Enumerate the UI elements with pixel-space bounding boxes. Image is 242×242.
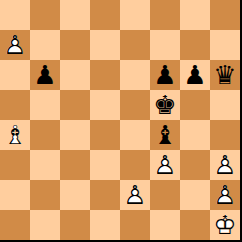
square-b7[interactable] bbox=[30, 30, 60, 60]
square-d6[interactable] bbox=[90, 60, 120, 90]
square-b4[interactable] bbox=[30, 120, 60, 150]
square-f3[interactable]: ♟♙ bbox=[150, 150, 180, 180]
white-pawn-outline-layer: ♙ bbox=[120, 180, 150, 210]
chess-board: ♟♙♟♟♟♛♚♝♗♝♟♙♟♙♟♙♟♙♚♔ bbox=[0, 0, 242, 242]
white-pawn-fill-layer: ♟ bbox=[210, 150, 240, 180]
white-king-outline-layer: ♔ bbox=[210, 210, 240, 240]
square-e4[interactable] bbox=[120, 120, 150, 150]
square-b8[interactable] bbox=[30, 0, 60, 30]
square-g6[interactable]: ♟ bbox=[180, 60, 210, 90]
black-bishop-fill-layer: ♝ bbox=[150, 120, 180, 150]
square-e2[interactable]: ♟♙ bbox=[120, 180, 150, 210]
white-bishop-fill-layer: ♝ bbox=[0, 120, 30, 150]
square-e5[interactable] bbox=[120, 90, 150, 120]
square-c3[interactable] bbox=[60, 150, 90, 180]
square-h4[interactable] bbox=[210, 120, 240, 150]
square-d8[interactable] bbox=[90, 0, 120, 30]
square-h5[interactable] bbox=[210, 90, 240, 120]
square-e1[interactable] bbox=[120, 210, 150, 240]
square-g8[interactable] bbox=[180, 0, 210, 30]
square-g5[interactable] bbox=[180, 90, 210, 120]
square-d3[interactable] bbox=[90, 150, 120, 180]
square-g2[interactable] bbox=[180, 180, 210, 210]
white-pawn-h3: ♟♙ bbox=[210, 150, 240, 180]
square-e6[interactable] bbox=[120, 60, 150, 90]
white-pawn-fill-layer: ♟ bbox=[210, 180, 240, 210]
white-pawn-a7: ♟♙ bbox=[0, 30, 30, 60]
black-pawn-fill-layer: ♟ bbox=[30, 60, 60, 90]
square-g4[interactable] bbox=[180, 120, 210, 150]
square-a2[interactable] bbox=[0, 180, 30, 210]
square-h3[interactable]: ♟♙ bbox=[210, 150, 240, 180]
square-b2[interactable] bbox=[30, 180, 60, 210]
black-pawn-fill-layer: ♟ bbox=[180, 60, 210, 90]
square-f1[interactable] bbox=[150, 210, 180, 240]
square-c2[interactable] bbox=[60, 180, 90, 210]
black-king-fill-layer: ♚ bbox=[150, 90, 180, 120]
chess-board-container: ♟♙♟♟♟♛♚♝♗♝♟♙♟♙♟♙♟♙♚♔ bbox=[0, 0, 242, 242]
square-e3[interactable] bbox=[120, 150, 150, 180]
white-pawn-e2: ♟♙ bbox=[120, 180, 150, 210]
square-d1[interactable] bbox=[90, 210, 120, 240]
square-f7[interactable] bbox=[150, 30, 180, 60]
square-d5[interactable] bbox=[90, 90, 120, 120]
white-pawn-outline-layer: ♙ bbox=[210, 150, 240, 180]
square-h8[interactable] bbox=[210, 0, 240, 30]
square-c7[interactable] bbox=[60, 30, 90, 60]
square-a5[interactable] bbox=[0, 90, 30, 120]
black-pawn-b6: ♟ bbox=[30, 60, 60, 90]
white-pawn-fill-layer: ♟ bbox=[120, 180, 150, 210]
square-c4[interactable] bbox=[60, 120, 90, 150]
white-pawn-f3: ♟♙ bbox=[150, 150, 180, 180]
square-b6[interactable]: ♟ bbox=[30, 60, 60, 90]
square-c5[interactable] bbox=[60, 90, 90, 120]
square-h6[interactable]: ♛ bbox=[210, 60, 240, 90]
square-a7[interactable]: ♟♙ bbox=[0, 30, 30, 60]
square-b5[interactable] bbox=[30, 90, 60, 120]
white-king-h1: ♚♔ bbox=[210, 210, 240, 240]
white-king-fill-layer: ♚ bbox=[210, 210, 240, 240]
square-f5[interactable]: ♚ bbox=[150, 90, 180, 120]
square-a4[interactable]: ♝♗ bbox=[0, 120, 30, 150]
square-d4[interactable] bbox=[90, 120, 120, 150]
square-g7[interactable] bbox=[180, 30, 210, 60]
square-g3[interactable] bbox=[180, 150, 210, 180]
square-a1[interactable] bbox=[0, 210, 30, 240]
square-f4[interactable]: ♝ bbox=[150, 120, 180, 150]
black-bishop-f4: ♝ bbox=[150, 120, 180, 150]
black-queen-h6: ♛ bbox=[210, 60, 240, 90]
square-c6[interactable] bbox=[60, 60, 90, 90]
square-h1[interactable]: ♚♔ bbox=[210, 210, 240, 240]
white-bishop-a4: ♝♗ bbox=[0, 120, 30, 150]
black-king-f5: ♚ bbox=[150, 90, 180, 120]
square-a3[interactable] bbox=[0, 150, 30, 180]
square-d2[interactable] bbox=[90, 180, 120, 210]
black-pawn-f6: ♟ bbox=[150, 60, 180, 90]
square-d7[interactable] bbox=[90, 30, 120, 60]
square-b3[interactable] bbox=[30, 150, 60, 180]
square-h2[interactable]: ♟♙ bbox=[210, 180, 240, 210]
square-b1[interactable] bbox=[30, 210, 60, 240]
white-pawn-outline-layer: ♙ bbox=[210, 180, 240, 210]
square-g1[interactable] bbox=[180, 210, 210, 240]
square-h7[interactable] bbox=[210, 30, 240, 60]
square-a8[interactable] bbox=[0, 0, 30, 30]
square-f8[interactable] bbox=[150, 0, 180, 30]
square-e8[interactable] bbox=[120, 0, 150, 30]
square-c8[interactable] bbox=[60, 0, 90, 30]
square-c1[interactable] bbox=[60, 210, 90, 240]
white-pawn-fill-layer: ♟ bbox=[150, 150, 180, 180]
white-pawn-h2: ♟♙ bbox=[210, 180, 240, 210]
black-pawn-fill-layer: ♟ bbox=[150, 60, 180, 90]
black-queen-fill-layer: ♛ bbox=[210, 60, 240, 90]
black-pawn-g6: ♟ bbox=[180, 60, 210, 90]
square-f2[interactable] bbox=[150, 180, 180, 210]
white-bishop-outline-layer: ♗ bbox=[0, 120, 30, 150]
square-f6[interactable]: ♟ bbox=[150, 60, 180, 90]
white-pawn-fill-layer: ♟ bbox=[0, 30, 30, 60]
white-pawn-outline-layer: ♙ bbox=[150, 150, 180, 180]
white-pawn-outline-layer: ♙ bbox=[0, 30, 30, 60]
square-e7[interactable] bbox=[120, 30, 150, 60]
square-a6[interactable] bbox=[0, 60, 30, 90]
